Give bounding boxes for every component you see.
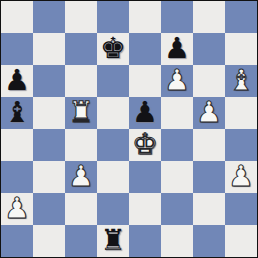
square-d6[interactable] xyxy=(97,65,129,97)
square-e1[interactable] xyxy=(129,225,161,257)
square-h4[interactable] xyxy=(225,129,257,161)
square-g1[interactable] xyxy=(193,225,225,257)
square-f1[interactable] xyxy=(161,225,193,257)
square-c3[interactable]: ♟ xyxy=(65,161,97,193)
square-d3[interactable] xyxy=(97,161,129,193)
square-c1[interactable] xyxy=(65,225,97,257)
square-a3[interactable] xyxy=(1,161,33,193)
square-g2[interactable] xyxy=(193,193,225,225)
black-pawn-a6[interactable]: ♟ xyxy=(4,65,30,96)
square-a8[interactable] xyxy=(1,1,33,33)
square-f7[interactable]: ♟ xyxy=(161,33,193,65)
square-g7[interactable] xyxy=(193,33,225,65)
square-a4[interactable] xyxy=(1,129,33,161)
chess-board-frame: ♚♟♟♟♝♝♜♟♟♚♟♟♟♜ xyxy=(0,0,258,258)
black-pawn-e5[interactable]: ♟ xyxy=(132,97,158,128)
square-b2[interactable] xyxy=(33,193,65,225)
square-f2[interactable] xyxy=(161,193,193,225)
white-rook-c5[interactable]: ♜ xyxy=(68,97,94,128)
square-c7[interactable] xyxy=(65,33,97,65)
square-g3[interactable] xyxy=(193,161,225,193)
square-e7[interactable] xyxy=(129,33,161,65)
square-c8[interactable] xyxy=(65,1,97,33)
square-f5[interactable] xyxy=(161,97,193,129)
square-f3[interactable] xyxy=(161,161,193,193)
square-a6[interactable]: ♟ xyxy=(1,65,33,97)
white-pawn-a2[interactable]: ♟ xyxy=(4,193,30,224)
square-h5[interactable] xyxy=(225,97,257,129)
white-pawn-h3[interactable]: ♟ xyxy=(228,161,254,192)
square-g6[interactable] xyxy=(193,65,225,97)
square-g5[interactable]: ♟ xyxy=(193,97,225,129)
square-e6[interactable] xyxy=(129,65,161,97)
square-b4[interactable] xyxy=(33,129,65,161)
square-h2[interactable] xyxy=(225,193,257,225)
black-bishop-a5[interactable]: ♝ xyxy=(4,97,30,128)
square-c5[interactable]: ♜ xyxy=(65,97,97,129)
square-b5[interactable] xyxy=(33,97,65,129)
square-f8[interactable] xyxy=(161,1,193,33)
square-g8[interactable] xyxy=(193,1,225,33)
square-b1[interactable] xyxy=(33,225,65,257)
square-e3[interactable] xyxy=(129,161,161,193)
white-bishop-h6[interactable]: ♝ xyxy=(228,65,254,96)
square-h7[interactable] xyxy=(225,33,257,65)
white-pawn-f6[interactable]: ♟ xyxy=(164,65,190,96)
square-d2[interactable] xyxy=(97,193,129,225)
square-e2[interactable] xyxy=(129,193,161,225)
square-d4[interactable] xyxy=(97,129,129,161)
square-c4[interactable] xyxy=(65,129,97,161)
square-b8[interactable] xyxy=(33,1,65,33)
black-king-d7[interactable]: ♚ xyxy=(100,33,126,64)
white-pawn-g5[interactable]: ♟ xyxy=(196,97,222,128)
white-king-e4[interactable]: ♚ xyxy=(132,129,158,160)
square-d8[interactable] xyxy=(97,1,129,33)
square-a1[interactable] xyxy=(1,225,33,257)
white-pawn-c3[interactable]: ♟ xyxy=(68,161,94,192)
square-c6[interactable] xyxy=(65,65,97,97)
square-a7[interactable] xyxy=(1,33,33,65)
square-b7[interactable] xyxy=(33,33,65,65)
square-f4[interactable] xyxy=(161,129,193,161)
black-rook-d1[interactable]: ♜ xyxy=(100,225,126,256)
square-d5[interactable] xyxy=(97,97,129,129)
square-e4[interactable]: ♚ xyxy=(129,129,161,161)
square-e5[interactable]: ♟ xyxy=(129,97,161,129)
square-h6[interactable]: ♝ xyxy=(225,65,257,97)
square-a5[interactable]: ♝ xyxy=(1,97,33,129)
square-f6[interactable]: ♟ xyxy=(161,65,193,97)
square-b6[interactable] xyxy=(33,65,65,97)
square-d1[interactable]: ♜ xyxy=(97,225,129,257)
square-h3[interactable]: ♟ xyxy=(225,161,257,193)
square-e8[interactable] xyxy=(129,1,161,33)
square-a2[interactable]: ♟ xyxy=(1,193,33,225)
square-g4[interactable] xyxy=(193,129,225,161)
square-d7[interactable]: ♚ xyxy=(97,33,129,65)
chess-board: ♚♟♟♟♝♝♜♟♟♚♟♟♟♜ xyxy=(1,1,257,257)
square-b3[interactable] xyxy=(33,161,65,193)
black-pawn-f7[interactable]: ♟ xyxy=(164,33,190,64)
square-h1[interactable] xyxy=(225,225,257,257)
square-c2[interactable] xyxy=(65,193,97,225)
square-h8[interactable] xyxy=(225,1,257,33)
